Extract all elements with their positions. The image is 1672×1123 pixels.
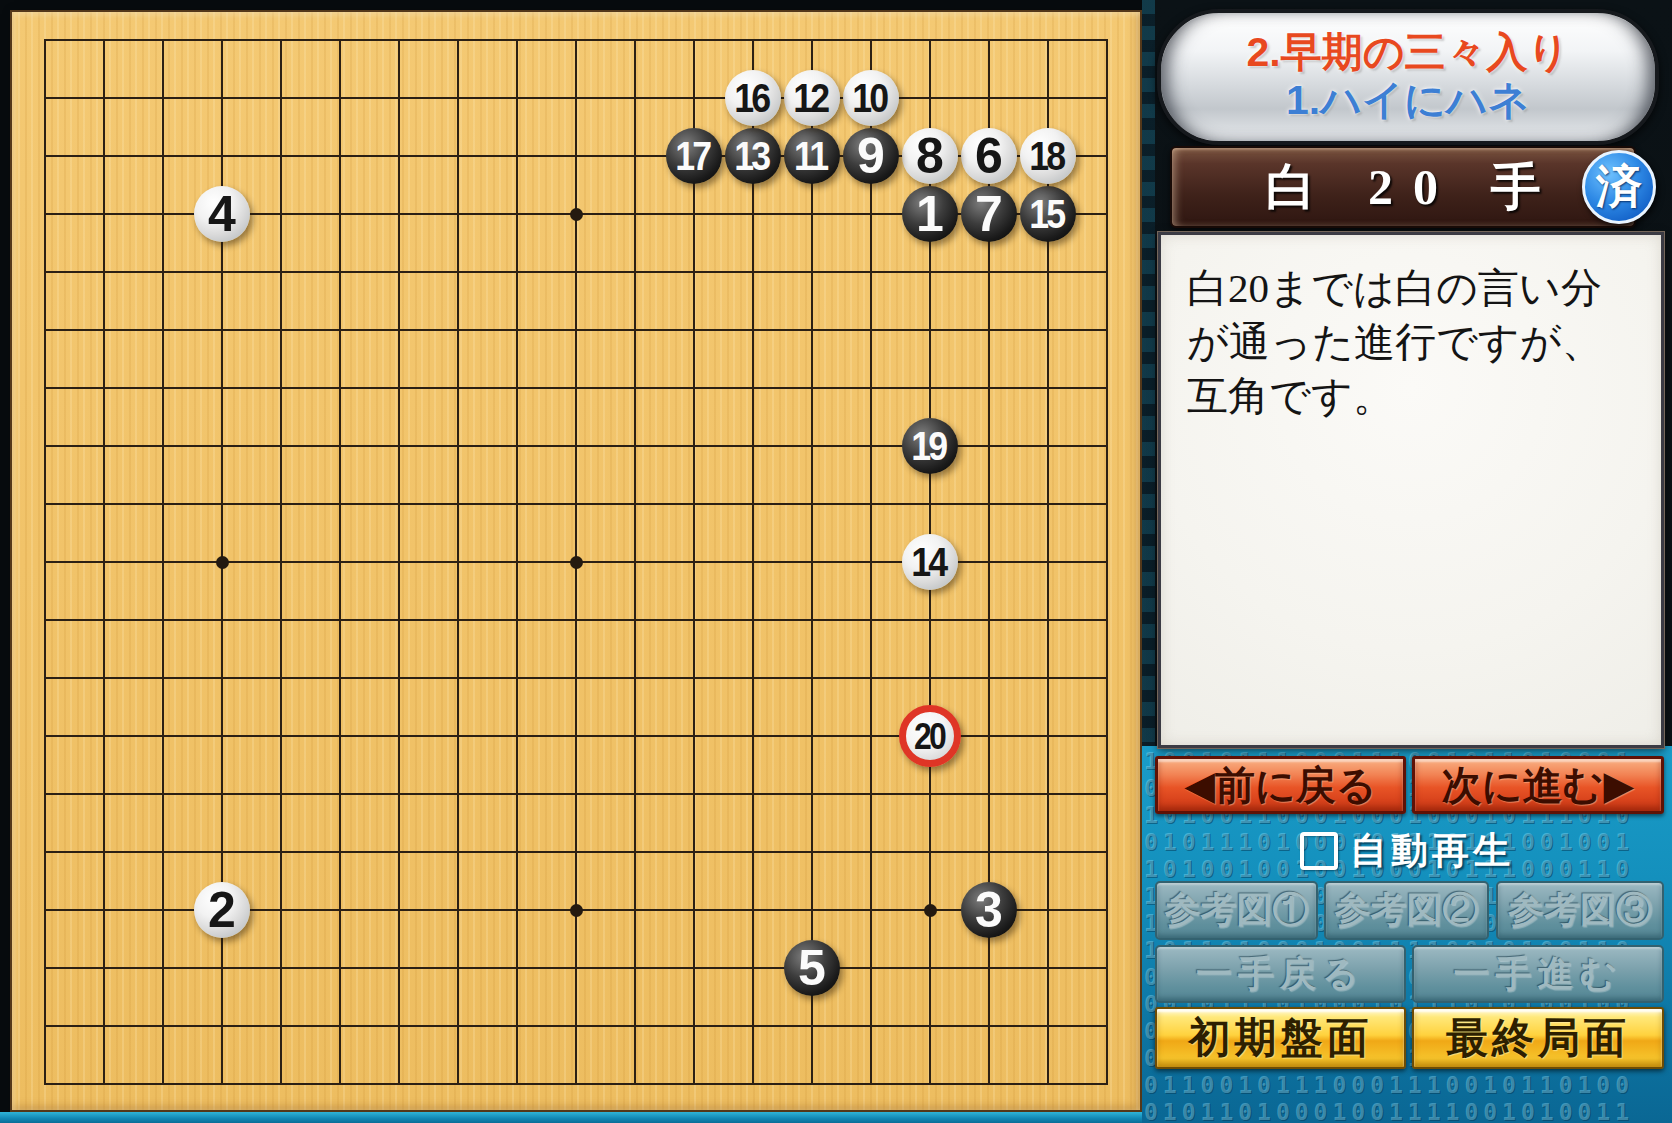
stone-number: 2: [208, 885, 236, 935]
reference-diagram-3-button[interactable]: 参考図③: [1496, 881, 1664, 940]
grid-line-v: [634, 39, 636, 1085]
stone-number: 15: [1032, 193, 1063, 234]
stone: 15: [1020, 186, 1076, 242]
stone: 8: [902, 128, 958, 184]
stone: 18: [1020, 128, 1076, 184]
move-counter-bar: 白 20 手: [1170, 146, 1636, 228]
stone-number: 18: [1032, 135, 1063, 176]
stone-number: 20: [916, 718, 943, 755]
lesson-title-line1: 2.早期の三々入り: [1246, 30, 1569, 76]
stone-last-move: 20: [899, 705, 961, 767]
grid-line-h: [44, 967, 1108, 969]
stone: 12: [784, 70, 840, 126]
star-point: [570, 556, 583, 569]
bottom-teal-strip: [0, 1112, 1142, 1123]
app-window: 1234567891011121314151617181920 10010111…: [0, 0, 1672, 1123]
reference-diagram-1-button[interactable]: 参考図①: [1155, 881, 1318, 940]
stone-number: 3: [975, 885, 1003, 935]
stone: 3: [961, 882, 1017, 938]
stone: 14: [902, 534, 958, 590]
grid-line-v: [870, 39, 872, 1085]
stone-number: 1: [916, 189, 944, 239]
comment-box: 白20までは白の言い分 が通った進行ですが、 互角です。: [1158, 232, 1664, 748]
grid-line-v: [811, 39, 813, 1085]
stone: 11: [784, 128, 840, 184]
stone-number: 19: [914, 425, 945, 466]
stone: 17: [666, 128, 722, 184]
star-point: [216, 556, 229, 569]
stone: 5: [784, 940, 840, 996]
stone: 9: [843, 128, 899, 184]
stone-number: 13: [737, 135, 768, 176]
stone: 4: [194, 186, 250, 242]
comment-text: 白20までは白の言い分 が通った進行ですが、 互角です。: [1187, 261, 1635, 423]
stone-number: 17: [678, 135, 709, 176]
stone-number: 10: [855, 77, 886, 118]
reference-diagram-2-button[interactable]: 参考図②: [1324, 881, 1489, 940]
move-counter-label: 白 20 手: [1246, 154, 1561, 221]
grid-line-h: [44, 793, 1108, 795]
star-point: [570, 904, 583, 917]
stone: 13: [725, 128, 781, 184]
stone-number: 6: [975, 131, 1003, 181]
grid-line-h: [44, 619, 1108, 621]
stone: 7: [961, 186, 1017, 242]
next-button[interactable]: 次に進む▶: [1412, 756, 1664, 814]
stone-number: 11: [797, 135, 826, 176]
one-move-back-button[interactable]: 一手戻る: [1155, 945, 1406, 1003]
prev-button[interactable]: ◀前に戻る: [1155, 756, 1406, 814]
autoplay-label: 自動再生: [1350, 826, 1514, 876]
initial-board-button[interactable]: 初期盤面: [1155, 1007, 1406, 1069]
stone: 6: [961, 128, 1017, 184]
grid-line-v: [1106, 39, 1108, 1085]
star-point: [570, 208, 583, 221]
control-panel: 10010111000111001011010001 0110100010011…: [1142, 0, 1672, 1123]
stone-number: 8: [916, 131, 944, 181]
star-point: [924, 904, 937, 917]
done-badge: 済: [1582, 150, 1656, 224]
stone-number: 7: [975, 189, 1003, 239]
stone-number: 14: [914, 541, 945, 582]
stone-number: 5: [798, 943, 826, 993]
go-board[interactable]: 1234567891011121314151617181920: [10, 10, 1142, 1112]
stone-number: 9: [857, 131, 885, 181]
stone: 10: [843, 70, 899, 126]
autoplay-checkbox[interactable]: [1300, 832, 1338, 870]
grid-line-v: [693, 39, 695, 1085]
stone-number: 4: [208, 189, 236, 239]
grid-line-h: [44, 1025, 1108, 1027]
stone: 19: [902, 418, 958, 474]
lesson-title-line2: 1.ハイにハネ: [1286, 78, 1530, 124]
stone-number: 12: [796, 77, 827, 118]
autoplay-row: 自動再生: [1142, 828, 1672, 874]
lesson-title-pill: 2.早期の三々入り 1.ハイにハネ: [1157, 9, 1659, 145]
grid-line-h: [44, 677, 1108, 679]
panel-circuit-strip: [1142, 0, 1155, 746]
stone: 16: [725, 70, 781, 126]
one-move-forward-button[interactable]: 一手進む: [1412, 945, 1664, 1003]
grid-line-h: [44, 851, 1108, 853]
grid-line-h: [44, 1083, 1108, 1085]
stone-number: 16: [737, 77, 768, 118]
stone: 1: [902, 186, 958, 242]
stone: 2: [194, 882, 250, 938]
grid-line-v: [752, 39, 754, 1085]
final-board-button[interactable]: 最終局面: [1412, 1007, 1664, 1069]
